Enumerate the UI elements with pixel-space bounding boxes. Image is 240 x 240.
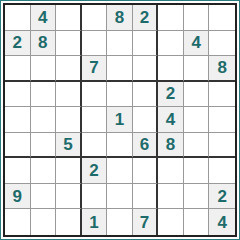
cell-r4c2[interactable]	[31, 82, 57, 108]
cell-r7c4: 2	[82, 158, 108, 184]
cell-r5c9[interactable]	[209, 107, 235, 133]
cell-r6c9[interactable]	[209, 133, 235, 159]
cell-r2c7[interactable]	[158, 31, 184, 57]
cell-r6c3: 5	[56, 133, 82, 159]
cell-r4c7: 2	[158, 82, 184, 108]
cell-r7c5[interactable]	[107, 158, 133, 184]
cell-r1c8[interactable]	[184, 5, 210, 31]
cell-r5c4[interactable]	[82, 107, 108, 133]
cell-r4c4[interactable]	[82, 82, 108, 108]
cell-r7c8[interactable]	[184, 158, 210, 184]
cell-r7c2[interactable]	[31, 158, 57, 184]
cell-r3c8[interactable]	[184, 56, 210, 82]
cell-r5c5: 1	[107, 107, 133, 133]
cell-r6c1[interactable]	[5, 133, 31, 159]
cell-r1c2: 4	[31, 5, 57, 31]
cell-r8c1: 9	[5, 184, 31, 210]
cell-r8c9: 2	[209, 184, 235, 210]
cell-r3c4: 7	[82, 56, 108, 82]
cell-r4c1[interactable]	[5, 82, 31, 108]
cell-r2c3[interactable]	[56, 31, 82, 57]
cell-r8c3[interactable]	[56, 184, 82, 210]
cell-r8c2[interactable]	[31, 184, 57, 210]
cell-r5c6[interactable]	[133, 107, 159, 133]
cell-r9c8[interactable]	[184, 209, 210, 235]
cell-r7c3[interactable]	[56, 158, 82, 184]
cell-r9c3[interactable]	[56, 209, 82, 235]
cell-r2c9[interactable]	[209, 31, 235, 57]
cell-r1c3[interactable]	[56, 5, 82, 31]
cell-r8c8[interactable]	[184, 184, 210, 210]
cell-r1c1[interactable]	[5, 5, 31, 31]
cell-r7c9[interactable]	[209, 158, 235, 184]
cell-r2c1: 2	[5, 31, 31, 57]
cell-r1c4[interactable]	[82, 5, 108, 31]
cell-r4c9[interactable]	[209, 82, 235, 108]
cell-r5c1[interactable]	[5, 107, 31, 133]
cell-r6c8[interactable]	[184, 133, 210, 159]
cell-r2c6[interactable]	[133, 31, 159, 57]
cell-r1c9[interactable]	[209, 5, 235, 31]
cell-r3c5[interactable]	[107, 56, 133, 82]
cell-r9c5[interactable]	[107, 209, 133, 235]
cell-r6c7: 8	[158, 133, 184, 159]
cell-r4c3[interactable]	[56, 82, 82, 108]
cell-r2c8: 4	[184, 31, 210, 57]
cell-r9c2[interactable]	[31, 209, 57, 235]
cell-r8c5[interactable]	[107, 184, 133, 210]
cell-r7c6[interactable]	[133, 158, 159, 184]
cell-r3c9: 8	[209, 56, 235, 82]
cell-r5c7: 4	[158, 107, 184, 133]
cell-r6c5[interactable]	[107, 133, 133, 159]
cell-r9c9: 4	[209, 209, 235, 235]
cell-r7c7[interactable]	[158, 158, 184, 184]
cell-r4c6[interactable]	[133, 82, 159, 108]
cell-r8c6[interactable]	[133, 184, 159, 210]
cell-r4c5[interactable]	[107, 82, 133, 108]
cell-r8c7[interactable]	[158, 184, 184, 210]
cell-r5c3[interactable]	[56, 107, 82, 133]
cell-r3c3[interactable]	[56, 56, 82, 82]
cell-r3c6[interactable]	[133, 56, 159, 82]
cell-r6c2[interactable]	[31, 133, 57, 159]
cell-r1c7[interactable]	[158, 5, 184, 31]
cell-r9c7[interactable]	[158, 209, 184, 235]
cell-r1c6: 2	[133, 5, 159, 31]
cell-r1c5: 8	[107, 5, 133, 31]
sudoku-widget: 48228478214568292174	[0, 0, 240, 240]
cell-r9c6: 7	[133, 209, 159, 235]
cell-r2c2: 8	[31, 31, 57, 57]
cell-r2c5[interactable]	[107, 31, 133, 57]
sudoku-board: 48228478214568292174	[3, 3, 237, 237]
cell-r7c1[interactable]	[5, 158, 31, 184]
cell-r3c2[interactable]	[31, 56, 57, 82]
cell-r9c1[interactable]	[5, 209, 31, 235]
cell-r3c7[interactable]	[158, 56, 184, 82]
cell-r6c4[interactable]	[82, 133, 108, 159]
cell-r2c4[interactable]	[82, 31, 108, 57]
cell-r8c4[interactable]	[82, 184, 108, 210]
cell-r9c4: 1	[82, 209, 108, 235]
cell-r3c1[interactable]	[5, 56, 31, 82]
cell-r4c8[interactable]	[184, 82, 210, 108]
cell-r5c2[interactable]	[31, 107, 57, 133]
cell-r5c8[interactable]	[184, 107, 210, 133]
cell-r6c6: 6	[133, 133, 159, 159]
